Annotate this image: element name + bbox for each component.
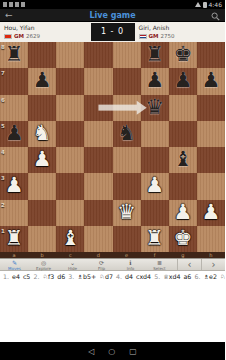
square-d2[interactable] xyxy=(84,200,112,226)
white-player: Hou, Yifan GM 2629 xyxy=(0,22,91,42)
square-d7[interactable] xyxy=(84,68,112,94)
move-token[interactable]: ♘d7 xyxy=(99,273,113,280)
square-c2[interactable] xyxy=(56,200,84,226)
move-token[interactable]: d6 xyxy=(57,273,65,280)
page-title: Live game xyxy=(25,11,200,20)
piece-black-king: ♚ xyxy=(169,42,197,68)
square-h4[interactable] xyxy=(197,147,225,173)
square-e2[interactable]: ♛ xyxy=(113,200,141,226)
move-number[interactable]: 2. xyxy=(33,273,39,280)
piece-white-king: ♚ xyxy=(169,226,197,252)
black-player-rating: 2750 xyxy=(161,33,175,39)
white-player-rating: 2629 xyxy=(26,33,40,39)
piece-white-rook: ♜ xyxy=(141,226,169,252)
piece-black-pawn: ♟ xyxy=(141,68,169,94)
move-token[interactable]: d4 xyxy=(125,273,133,280)
square-f7[interactable]: ♟ xyxy=(141,68,169,94)
move-number[interactable]: 4. xyxy=(116,273,122,280)
square-e8[interactable] xyxy=(113,42,141,68)
square-c6[interactable] xyxy=(56,95,84,121)
piece-black-bishop: ♝ xyxy=(169,147,197,173)
square-d4[interactable] xyxy=(84,147,112,173)
square-h2[interactable]: ♟ xyxy=(197,200,225,226)
black-player-title: GM xyxy=(149,33,159,39)
square-g6[interactable] xyxy=(169,95,197,121)
piece-white-pawn: ♟ xyxy=(28,147,56,173)
move-token[interactable]: c5 xyxy=(23,273,30,280)
move-number[interactable]: 3. xyxy=(68,273,74,280)
notification-icon xyxy=(21,2,25,7)
move-token[interactable]: ♗b5+ xyxy=(77,273,96,280)
magnifier-icon xyxy=(211,12,220,21)
game-toolbar: ✎Moves◎Explore⌄Hide⟳FlipℹInfo≣Select‹› xyxy=(0,258,225,271)
square-h8[interactable] xyxy=(197,42,225,68)
square-g4[interactable]: ♝ xyxy=(169,147,197,173)
header: ← Live game xyxy=(0,9,225,22)
android-back-icon[interactable]: ◁ xyxy=(88,347,94,356)
rank-label-3: 3 xyxy=(1,175,5,181)
toolbar-tab-flip[interactable]: ⟳Flip xyxy=(87,259,116,270)
square-c1[interactable]: ♝ xyxy=(56,226,84,252)
move-number[interactable]: 6. xyxy=(194,273,200,280)
move-token[interactable]: ♘f3 xyxy=(42,273,54,280)
toolbar-tab-info[interactable]: ℹInfo xyxy=(116,259,145,270)
piece-white-knight: ♞ xyxy=(28,121,56,147)
status-bar: 4:46 xyxy=(0,0,225,9)
square-c7[interactable] xyxy=(56,68,84,94)
square-g2[interactable]: ♟ xyxy=(169,200,197,226)
notification-icon xyxy=(3,2,7,7)
square-f3[interactable]: ♟ xyxy=(141,173,169,199)
move-token[interactable]: ♘gf6 xyxy=(220,273,225,280)
square-f5[interactable] xyxy=(141,121,169,147)
piece-black-pawn: ♟ xyxy=(28,68,56,94)
white-player-title: GM xyxy=(14,33,24,39)
rank-label-7: 7 xyxy=(1,70,5,76)
square-e3[interactable] xyxy=(113,173,141,199)
piece-black-pawn: ♟ xyxy=(169,68,197,94)
android-nav-bar: ◁ ○ ▢ xyxy=(0,342,225,360)
piece-black-rook: ♜ xyxy=(141,42,169,68)
square-c3[interactable] xyxy=(56,173,84,199)
square-e7[interactable] xyxy=(113,68,141,94)
move-list: 1.e4c52.♘f3d63.♗b5+♘d74.d4cxd45.♕xd4a66.… xyxy=(0,271,225,308)
square-b2[interactable] xyxy=(28,200,56,226)
move-token[interactable]: ♕xd4 xyxy=(163,273,180,280)
square-c5[interactable] xyxy=(56,121,84,147)
square-g3[interactable] xyxy=(169,173,197,199)
square-d6[interactable] xyxy=(84,95,112,121)
square-d5[interactable] xyxy=(84,121,112,147)
square-e1[interactable] xyxy=(113,226,141,252)
square-e5[interactable]: ♞ xyxy=(113,121,141,147)
rank-label-5: 5 xyxy=(1,123,5,129)
netherlands-flag-icon xyxy=(139,34,147,39)
square-e4[interactable] xyxy=(113,147,141,173)
square-g7[interactable]: ♟ xyxy=(169,68,197,94)
notification-icon xyxy=(9,2,13,7)
move-number[interactable]: 1. xyxy=(3,273,9,280)
piece-black-queen: ♛ xyxy=(141,95,169,121)
next-move-button[interactable]: › xyxy=(201,259,225,270)
prev-move-button[interactable]: ‹ xyxy=(177,259,201,270)
white-player-name: Hou, Yifan xyxy=(4,24,87,31)
piece-white-pawn: ♟ xyxy=(197,200,225,226)
notification-icons xyxy=(3,2,195,7)
china-flag-icon xyxy=(4,34,12,39)
toolbar-tab-hide[interactable]: ⌄Hide xyxy=(58,259,87,270)
rank-label-8: 8 xyxy=(1,44,5,50)
chess-board: ♜♜♚♟♟♟♟♛♟♞♞♟♝♟♟♛♟♟♜♝♜♚ xyxy=(0,42,225,252)
toolbar-tab-moves[interactable]: ✎Moves xyxy=(0,259,29,270)
back-button[interactable]: ← xyxy=(5,9,25,22)
android-home-icon[interactable]: ○ xyxy=(108,347,115,356)
piece-white-pawn: ♟ xyxy=(169,200,197,226)
square-f1[interactable]: ♜ xyxy=(141,226,169,252)
square-b6[interactable] xyxy=(28,95,56,121)
move-token[interactable]: a6 xyxy=(184,273,192,280)
square-b7[interactable]: ♟ xyxy=(28,68,56,94)
square-h5[interactable] xyxy=(197,121,225,147)
square-f6[interactable]: ♛ xyxy=(141,95,169,121)
black-player-name: Giri, Anish xyxy=(139,24,222,31)
rank-label-6: 6 xyxy=(1,97,5,103)
toolbar-tab-explore[interactable]: ◎Explore xyxy=(29,259,58,270)
piece-black-knight: ♞ xyxy=(113,121,141,147)
notification-icon xyxy=(15,2,19,7)
black-player: Giri, Anish GM 2750 xyxy=(135,22,226,42)
android-recents-icon[interactable]: ▢ xyxy=(129,347,137,356)
move-number[interactable]: 5. xyxy=(154,273,160,280)
square-c8[interactable] xyxy=(56,42,84,68)
square-b8[interactable] xyxy=(28,42,56,68)
piece-white-pawn: ♟ xyxy=(141,173,169,199)
piece-white-bishop: ♝ xyxy=(56,226,84,252)
square-h3[interactable] xyxy=(197,173,225,199)
square-f8[interactable]: ♜ xyxy=(141,42,169,68)
square-b4[interactable]: ♟ xyxy=(28,147,56,173)
square-c4[interactable] xyxy=(56,147,84,173)
square-h7[interactable]: ♟ xyxy=(197,68,225,94)
square-b5[interactable]: ♞ xyxy=(28,121,56,147)
square-h6[interactable] xyxy=(197,95,225,121)
piece-black-pawn: ♟ xyxy=(197,68,225,94)
square-f2[interactable] xyxy=(141,200,169,226)
rank-label-2: 2 xyxy=(1,202,5,208)
rank-label-1: 1 xyxy=(1,228,5,234)
move-token[interactable]: ♗e2 xyxy=(203,273,217,280)
square-f4[interactable] xyxy=(141,147,169,173)
square-d8[interactable] xyxy=(84,42,112,68)
square-g8[interactable]: ♚ xyxy=(169,42,197,68)
score-box: 1 - 0 xyxy=(91,23,135,41)
square-e6[interactable] xyxy=(113,95,141,121)
piece-white-queen: ♛ xyxy=(113,200,141,226)
square-h1[interactable] xyxy=(197,226,225,252)
square-b3[interactable] xyxy=(28,173,56,199)
player-bar: Hou, Yifan GM 2629 1 - 0 Giri, Anish GM … xyxy=(0,22,225,42)
toolbar-tab-select[interactable]: ≣Select xyxy=(145,259,174,270)
square-d3[interactable] xyxy=(84,173,112,199)
square-b1[interactable] xyxy=(28,226,56,252)
square-d1[interactable] xyxy=(84,226,112,252)
move-token[interactable]: e4 xyxy=(12,273,20,280)
move-token[interactable]: cxd4 xyxy=(136,273,151,280)
square-g1[interactable]: ♚ xyxy=(169,226,197,252)
rank-label-4: 4 xyxy=(1,149,5,155)
square-g5[interactable] xyxy=(169,121,197,147)
